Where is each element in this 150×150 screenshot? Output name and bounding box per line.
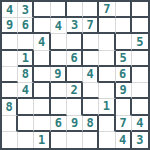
- given-digit-r8c5[interactable]: 9: [67, 116, 83, 132]
- given-digit-r9c3[interactable]: 1: [34, 132, 50, 148]
- grid-cell-r1c8[interactable]: [116, 2, 132, 18]
- grid-cell-r3c5[interactable]: [67, 34, 83, 50]
- grid-cell-r7c9[interactable]: [132, 99, 148, 115]
- given-digit-r8c9[interactable]: 4: [132, 116, 148, 132]
- grid-cell-r4c3[interactable]: [34, 51, 50, 67]
- grid-cell-r5c1[interactable]: [2, 67, 18, 83]
- grid-cell-r7c3[interactable]: [34, 99, 50, 115]
- given-digit-r3c3[interactable]: 4: [34, 34, 50, 50]
- grid-cell-r6c3[interactable]: [34, 83, 50, 99]
- given-digit-r3c9[interactable]: 5: [132, 34, 148, 50]
- given-digit-r8c8[interactable]: 7: [116, 116, 132, 132]
- grid-cell-r5c3[interactable]: [34, 67, 50, 83]
- grid-cell-r2c9[interactable]: [132, 18, 148, 34]
- grid-cell-r2c8[interactable]: [116, 18, 132, 34]
- grid-cell-r9c5[interactable]: [67, 132, 83, 148]
- grid-cell-r3c8[interactable]: [116, 34, 132, 50]
- grid-cell-r9c1[interactable]: [2, 132, 18, 148]
- given-digit-r6c2[interactable]: 4: [18, 83, 34, 99]
- grid-cell-r9c6[interactable]: [83, 132, 99, 148]
- grid-cell-r6c4[interactable]: [51, 83, 67, 99]
- given-digit-r2c6[interactable]: 7: [83, 18, 99, 34]
- grid-cell-r1c3[interactable]: [34, 2, 50, 18]
- grid-cell-r7c5[interactable]: [67, 99, 83, 115]
- given-digit-r5c4[interactable]: 9: [51, 67, 67, 83]
- grid-cell-r8c7[interactable]: [99, 116, 115, 132]
- given-digit-r4c8[interactable]: 5: [116, 51, 132, 67]
- grid-cell-r2c3[interactable]: [34, 18, 50, 34]
- grid-cell-r4c9[interactable]: [132, 51, 148, 67]
- grid-cell-r1c4[interactable]: [51, 2, 67, 18]
- grid-cell-r7c6[interactable]: [83, 99, 99, 115]
- grid-cell-r5c9[interactable]: [132, 67, 148, 83]
- grid-cell-r8c3[interactable]: [34, 116, 50, 132]
- given-digit-r4c5[interactable]: 6: [67, 51, 83, 67]
- grid-cell-r2c7[interactable]: [99, 18, 115, 34]
- grid-cell-r9c7[interactable]: [99, 132, 115, 148]
- given-digit-r1c7[interactable]: 7: [99, 2, 115, 18]
- grid-cell-r9c2[interactable]: [18, 132, 34, 148]
- sudoku-board: 437964374516589464298169874143: [0, 0, 150, 150]
- grid-cell-r6c6[interactable]: [83, 83, 99, 99]
- grid-cell-r8c2[interactable]: [18, 116, 34, 132]
- given-digit-r2c4[interactable]: 4: [51, 18, 67, 34]
- given-digit-r2c5[interactable]: 3: [67, 18, 83, 34]
- given-digit-r1c1[interactable]: 4: [2, 2, 18, 18]
- grid-cell-r4c1[interactable]: [2, 51, 18, 67]
- grid-cell-r3c6[interactable]: [83, 34, 99, 50]
- given-digit-r4c2[interactable]: 1: [18, 51, 34, 67]
- grid-cell-r1c6[interactable]: [83, 2, 99, 18]
- given-digit-r8c6[interactable]: 8: [83, 116, 99, 132]
- grid-cell-r3c4[interactable]: [51, 34, 67, 50]
- grid-cell-r1c9[interactable]: [132, 2, 148, 18]
- grid-cell-r4c6[interactable]: [83, 51, 99, 67]
- grid-cell-r5c7[interactable]: [99, 67, 115, 83]
- given-digit-r5c6[interactable]: 4: [83, 67, 99, 83]
- grid-cell-r4c4[interactable]: [51, 51, 67, 67]
- grid-cell-r6c7[interactable]: [99, 83, 115, 99]
- grid-cell-r3c2[interactable]: [18, 34, 34, 50]
- grid-cell-r8c1[interactable]: [2, 116, 18, 132]
- grid-cell-r3c1[interactable]: [2, 34, 18, 50]
- given-digit-r9c9[interactable]: 3: [132, 132, 148, 148]
- given-digit-r5c8[interactable]: 6: [116, 67, 132, 83]
- given-digit-r6c8[interactable]: 9: [116, 83, 132, 99]
- given-digit-r2c2[interactable]: 6: [18, 18, 34, 34]
- grid-cell-r4c7[interactable]: [99, 51, 115, 67]
- grid-cell-r9c4[interactable]: [51, 132, 67, 148]
- given-digit-r2c1[interactable]: 9: [2, 18, 18, 34]
- grid-cell-r6c1[interactable]: [2, 83, 18, 99]
- given-digit-r7c1[interactable]: 8: [2, 99, 18, 115]
- grid-cell-r1c5[interactable]: [67, 2, 83, 18]
- given-digit-r7c7[interactable]: 1: [99, 99, 115, 115]
- grid-cell-r7c8[interactable]: [116, 99, 132, 115]
- grid-cell-r6c9[interactable]: [132, 83, 148, 99]
- given-digit-r8c4[interactable]: 6: [51, 116, 67, 132]
- given-digit-r5c2[interactable]: 8: [18, 67, 34, 83]
- given-digit-r9c8[interactable]: 4: [116, 132, 132, 148]
- grid-cell-r5c5[interactable]: [67, 67, 83, 83]
- grid-cell-r3c7[interactable]: [99, 34, 115, 50]
- given-digit-r1c2[interactable]: 3: [18, 2, 34, 18]
- grid-cell-r7c4[interactable]: [51, 99, 67, 115]
- given-digit-r6c5[interactable]: 2: [67, 83, 83, 99]
- grid-cell-r7c2[interactable]: [18, 99, 34, 115]
